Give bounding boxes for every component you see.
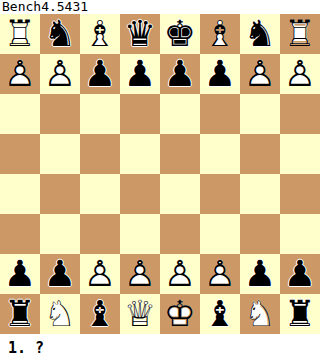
square-f2[interactable]: ♟♙ bbox=[200, 254, 240, 294]
square-f7[interactable]: ♟ bbox=[200, 54, 240, 94]
chess-engine-window: Bench4.5431 ♜♖♞♝♗♛♚♝♗♞♜♖♟♙♟♙♟♟♟♟♟♙♟♙♟♟♟♙… bbox=[0, 0, 320, 360]
square-c7[interactable]: ♟ bbox=[80, 54, 120, 94]
piece-white-p-icon: ♙ bbox=[240, 54, 280, 94]
piece-black-p-icon: ♟ bbox=[0, 254, 40, 294]
square-b2[interactable]: ♟ bbox=[40, 254, 80, 294]
square-h7[interactable]: ♟♙ bbox=[280, 54, 320, 94]
piece-black-r-icon: ♜ bbox=[0, 294, 40, 334]
square-c2[interactable]: ♟♙ bbox=[80, 254, 120, 294]
piece-black-p-icon: ♟ bbox=[280, 254, 320, 294]
square-f3[interactable] bbox=[200, 214, 240, 254]
square-d1[interactable]: ♛♕ bbox=[120, 294, 160, 334]
square-e8[interactable]: ♚ bbox=[160, 14, 200, 54]
square-e1[interactable]: ♚♔ bbox=[160, 294, 200, 334]
piece-black-p-icon: ♟ bbox=[200, 54, 240, 94]
piece-white-q-icon: ♕ bbox=[120, 294, 160, 334]
square-f1[interactable]: ♝ bbox=[200, 294, 240, 334]
square-f8[interactable]: ♝♗ bbox=[200, 14, 240, 54]
square-b6[interactable] bbox=[40, 94, 80, 134]
square-f6[interactable] bbox=[200, 94, 240, 134]
square-e7[interactable]: ♟ bbox=[160, 54, 200, 94]
square-c4[interactable] bbox=[80, 174, 120, 214]
square-c1[interactable]: ♝ bbox=[80, 294, 120, 334]
piece-white-p-icon: ♙ bbox=[160, 254, 200, 294]
square-f5[interactable] bbox=[200, 134, 240, 174]
chess-board: ♜♖♞♝♗♛♚♝♗♞♜♖♟♙♟♙♟♟♟♟♟♙♟♙♟♟♟♙♟♙♟♙♟♙♟♟♜♞♘♝… bbox=[0, 14, 320, 334]
square-e5[interactable] bbox=[160, 134, 200, 174]
square-g5[interactable] bbox=[240, 134, 280, 174]
square-g3[interactable] bbox=[240, 214, 280, 254]
square-c6[interactable] bbox=[80, 94, 120, 134]
window-title: Bench4.5431 bbox=[0, 0, 320, 14]
square-a6[interactable] bbox=[0, 94, 40, 134]
piece-black-n-icon: ♞ bbox=[40, 14, 80, 54]
square-g1[interactable]: ♞♘ bbox=[240, 294, 280, 334]
piece-white-p-icon: ♙ bbox=[280, 54, 320, 94]
piece-black-b-icon: ♝ bbox=[80, 294, 120, 334]
square-b3[interactable] bbox=[40, 214, 80, 254]
square-g7[interactable]: ♟♙ bbox=[240, 54, 280, 94]
square-c5[interactable] bbox=[80, 134, 120, 174]
piece-white-p-icon: ♙ bbox=[200, 254, 240, 294]
piece-white-p-icon: ♙ bbox=[80, 254, 120, 294]
square-d2[interactable]: ♟♙ bbox=[120, 254, 160, 294]
square-h6[interactable] bbox=[280, 94, 320, 134]
square-e3[interactable] bbox=[160, 214, 200, 254]
square-d5[interactable] bbox=[120, 134, 160, 174]
square-a1[interactable]: ♜ bbox=[0, 294, 40, 334]
square-a7[interactable]: ♟♙ bbox=[0, 54, 40, 94]
square-g2[interactable]: ♟ bbox=[240, 254, 280, 294]
square-e4[interactable] bbox=[160, 174, 200, 214]
square-e6[interactable] bbox=[160, 94, 200, 134]
square-a8[interactable]: ♜♖ bbox=[0, 14, 40, 54]
square-a3[interactable] bbox=[0, 214, 40, 254]
square-h8[interactable]: ♜♖ bbox=[280, 14, 320, 54]
piece-white-k-icon: ♔ bbox=[160, 294, 200, 334]
square-d8[interactable]: ♛ bbox=[120, 14, 160, 54]
square-e2[interactable]: ♟♙ bbox=[160, 254, 200, 294]
square-d7[interactable]: ♟ bbox=[120, 54, 160, 94]
square-h3[interactable] bbox=[280, 214, 320, 254]
piece-white-n-icon: ♘ bbox=[40, 294, 80, 334]
piece-black-p-icon: ♟ bbox=[80, 54, 120, 94]
piece-black-b-icon: ♝ bbox=[200, 294, 240, 334]
piece-black-p-icon: ♟ bbox=[160, 54, 200, 94]
piece-white-p-icon: ♙ bbox=[120, 254, 160, 294]
piece-black-r-icon: ♜ bbox=[280, 294, 320, 334]
square-g6[interactable] bbox=[240, 94, 280, 134]
square-b8[interactable]: ♞ bbox=[40, 14, 80, 54]
piece-white-n-icon: ♘ bbox=[240, 294, 280, 334]
piece-black-p-icon: ♟ bbox=[240, 254, 280, 294]
piece-white-p-icon: ♙ bbox=[40, 54, 80, 94]
square-f4[interactable] bbox=[200, 174, 240, 214]
piece-white-r-icon: ♖ bbox=[0, 14, 40, 54]
square-b4[interactable] bbox=[40, 174, 80, 214]
piece-white-r-icon: ♖ bbox=[280, 14, 320, 54]
square-a2[interactable]: ♟ bbox=[0, 254, 40, 294]
square-g4[interactable] bbox=[240, 174, 280, 214]
square-h5[interactable] bbox=[280, 134, 320, 174]
square-h1[interactable]: ♜ bbox=[280, 294, 320, 334]
square-c8[interactable]: ♝♗ bbox=[80, 14, 120, 54]
move-prompt: 1. ? bbox=[0, 334, 320, 360]
square-b5[interactable] bbox=[40, 134, 80, 174]
piece-black-q-icon: ♛ bbox=[120, 14, 160, 54]
square-a4[interactable] bbox=[0, 174, 40, 214]
square-h4[interactable] bbox=[280, 174, 320, 214]
square-g8[interactable]: ♞ bbox=[240, 14, 280, 54]
square-b7[interactable]: ♟♙ bbox=[40, 54, 80, 94]
piece-white-b-icon: ♗ bbox=[200, 14, 240, 54]
square-d4[interactable] bbox=[120, 174, 160, 214]
piece-black-p-icon: ♟ bbox=[40, 254, 80, 294]
square-h2[interactable]: ♟ bbox=[280, 254, 320, 294]
square-b1[interactable]: ♞♘ bbox=[40, 294, 80, 334]
square-c3[interactable] bbox=[80, 214, 120, 254]
piece-white-p-icon: ♙ bbox=[0, 54, 40, 94]
square-d6[interactable] bbox=[120, 94, 160, 134]
piece-black-k-icon: ♚ bbox=[160, 14, 200, 54]
piece-black-p-icon: ♟ bbox=[120, 54, 160, 94]
square-a5[interactable] bbox=[0, 134, 40, 174]
piece-white-b-icon: ♗ bbox=[80, 14, 120, 54]
square-d3[interactable] bbox=[120, 214, 160, 254]
piece-black-n-icon: ♞ bbox=[240, 14, 280, 54]
